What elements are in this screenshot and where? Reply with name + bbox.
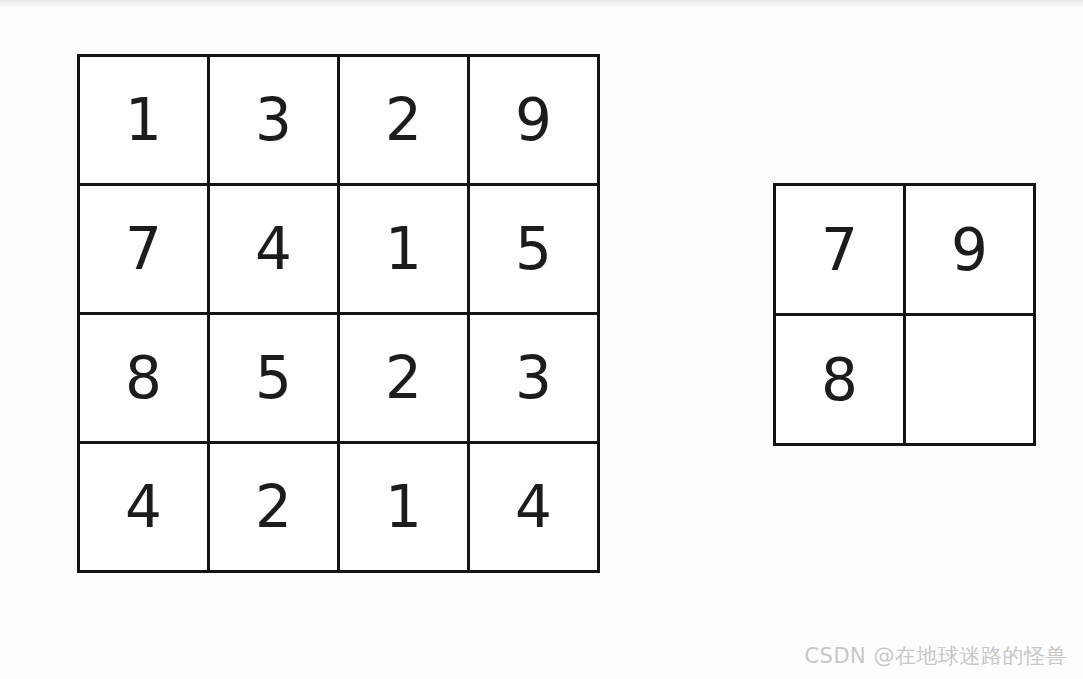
input-row-4: 4 2 1 4 [79,443,599,572]
csdn-watermark: CSDN @在地球迷路的怪兽 [804,642,1067,670]
input-matrix-4x4: 1 3 2 9 7 4 1 5 8 5 2 3 4 2 1 4 [77,54,600,573]
input-row-3: 8 5 2 3 [79,314,599,443]
input-cell-r2c3: 3 [469,314,599,443]
input-cell-r0c2: 2 [339,56,469,185]
input-cell-r0c3: 9 [469,56,599,185]
output-row-1: 7 9 [775,185,1035,315]
output-cell-r1c1-empty [905,315,1035,445]
input-cell-r1c3: 5 [469,185,599,314]
frame-top-edge [0,0,1083,8]
input-cell-r2c2: 2 [339,314,469,443]
input-cell-r3c0: 4 [79,443,209,572]
input-cell-r1c2: 1 [339,185,469,314]
input-cell-r2c0-highlighted-max: 8 [79,314,209,443]
output-row-2: 8 [775,315,1035,445]
input-cell-r1c0: 7 [79,185,209,314]
output-cell-r0c0: 7 [775,185,905,315]
input-cell-r2c1: 5 [209,314,339,443]
input-cell-r1c1: 4 [209,185,339,314]
input-cell-r0c1: 3 [209,56,339,185]
output-matrix-2x2: 7 9 8 [773,183,1036,446]
input-row-2: 7 4 1 5 [79,185,599,314]
output-cell-r1c0: 8 [775,315,905,445]
input-cell-r0c0: 1 [79,56,209,185]
input-row-1: 1 3 2 9 [79,56,599,185]
input-cell-r3c1: 2 [209,443,339,572]
input-cell-r3c2: 1 [339,443,469,572]
input-cell-r3c3: 4 [469,443,599,572]
output-cell-r0c1: 9 [905,185,1035,315]
